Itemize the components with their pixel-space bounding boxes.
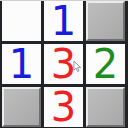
- cell-r1c1[interactable]: 3: [44, 44, 83, 84]
- cell-r2c0[interactable]: [2, 87, 41, 127]
- minesweeper-board: 1 1 3 2 3: [0, 0, 128, 128]
- cell-r0c1[interactable]: 1: [44, 1, 83, 41]
- cell-r1c0[interactable]: 1: [2, 44, 41, 84]
- cell-r2c1[interactable]: 3: [44, 87, 83, 127]
- minefield-grid: 1 1 3 2 3: [2, 1, 125, 125]
- cell-r0c0[interactable]: [2, 1, 41, 41]
- cell-r0c2[interactable]: [86, 1, 125, 41]
- cell-r1c2[interactable]: 2: [86, 44, 125, 84]
- cell-r2c2[interactable]: [86, 87, 125, 127]
